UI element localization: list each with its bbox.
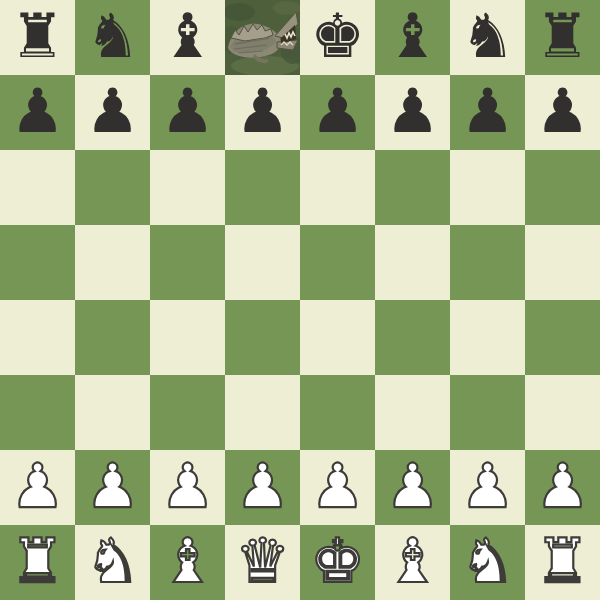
square-d4[interactable]	[225, 300, 300, 375]
black-pawn[interactable]: ♟	[385, 80, 440, 141]
square-h8[interactable]: ♜	[525, 0, 600, 75]
square-b7[interactable]: ♟	[75, 75, 150, 150]
black-rook[interactable]: ♜	[10, 5, 65, 66]
square-f8[interactable]: ♝	[375, 0, 450, 75]
square-c7[interactable]: ♟	[150, 75, 225, 150]
white-pawn[interactable]: ♟	[385, 455, 440, 516]
black-king[interactable]: ♚	[310, 5, 365, 66]
square-d2[interactable]: ♟	[225, 450, 300, 525]
white-bishop[interactable]: ♝	[160, 530, 215, 591]
white-rook[interactable]: ♜	[10, 530, 65, 591]
square-b4[interactable]	[75, 300, 150, 375]
square-a5[interactable]	[0, 225, 75, 300]
square-h1[interactable]: ♜	[525, 525, 600, 600]
white-knight[interactable]: ♞	[85, 530, 140, 591]
square-f1[interactable]: ♝	[375, 525, 450, 600]
square-h3[interactable]	[525, 375, 600, 450]
square-g6[interactable]	[450, 150, 525, 225]
black-pawn[interactable]: ♟	[160, 80, 215, 141]
black-pawn[interactable]: ♟	[235, 80, 290, 141]
square-h6[interactable]	[525, 150, 600, 225]
square-f4[interactable]	[375, 300, 450, 375]
square-b8[interactable]: ♞	[75, 0, 150, 75]
square-d7[interactable]: ♟	[225, 75, 300, 150]
chess-app: ♜♞♝ ♚♝♞♜♟♟♟♟♟♟♟♟♟♟♟♟♟♟♟♟♜♞♝♛♚♝	[0, 0, 600, 600]
square-f5[interactable]	[375, 225, 450, 300]
square-a1[interactable]: ♜	[0, 525, 75, 600]
white-pawn[interactable]: ♟	[535, 455, 590, 516]
square-e6[interactable]	[300, 150, 375, 225]
square-a6[interactable]	[0, 150, 75, 225]
black-knight[interactable]: ♞	[85, 5, 140, 66]
black-pawn[interactable]: ♟	[535, 80, 590, 141]
chess-board: ♜♞♝ ♚♝♞♜♟♟♟♟♟♟♟♟♟♟♟♟♟♟♟♟♜♞♝♛♚♝	[0, 0, 600, 600]
square-b5[interactable]	[75, 225, 150, 300]
white-pawn[interactable]: ♟	[235, 455, 290, 516]
square-c2[interactable]: ♟	[150, 450, 225, 525]
black-bishop[interactable]: ♝	[385, 5, 440, 66]
square-g4[interactable]	[450, 300, 525, 375]
black-bishop[interactable]: ♝	[160, 5, 215, 66]
white-queen[interactable]: ♛	[235, 530, 290, 591]
square-a8[interactable]: ♜	[0, 0, 75, 75]
square-e8[interactable]: ♚	[300, 0, 375, 75]
square-h4[interactable]	[525, 300, 600, 375]
square-d1[interactable]: ♛	[225, 525, 300, 600]
white-bishop[interactable]: ♝	[385, 530, 440, 591]
square-f2[interactable]: ♟	[375, 450, 450, 525]
square-a2[interactable]: ♟	[0, 450, 75, 525]
square-e2[interactable]: ♟	[300, 450, 375, 525]
square-f7[interactable]: ♟	[375, 75, 450, 150]
white-pawn[interactable]: ♟	[310, 455, 365, 516]
square-g3[interactable]	[450, 375, 525, 450]
square-e4[interactable]	[300, 300, 375, 375]
square-d5[interactable]	[225, 225, 300, 300]
white-king[interactable]: ♚	[310, 530, 365, 591]
square-d6[interactable]	[225, 150, 300, 225]
square-f6[interactable]	[375, 150, 450, 225]
black-pawn[interactable]: ♟	[460, 80, 515, 141]
square-g1[interactable]: ♞	[450, 525, 525, 600]
square-b1[interactable]: ♞	[75, 525, 150, 600]
square-e1[interactable]: ♚	[300, 525, 375, 600]
square-g2[interactable]: ♟	[450, 450, 525, 525]
white-pawn[interactable]: ♟	[10, 455, 65, 516]
white-pawn[interactable]: ♟	[160, 455, 215, 516]
square-a3[interactable]	[0, 375, 75, 450]
square-h2[interactable]: ♟	[525, 450, 600, 525]
square-b3[interactable]	[75, 375, 150, 450]
square-h5[interactable]	[525, 225, 600, 300]
black-rook[interactable]: ♜	[535, 5, 590, 66]
square-b6[interactable]	[75, 150, 150, 225]
black-pawn[interactable]: ♟	[10, 80, 65, 141]
square-c8[interactable]: ♝	[150, 0, 225, 75]
square-g5[interactable]	[450, 225, 525, 300]
square-c4[interactable]	[150, 300, 225, 375]
square-c5[interactable]	[150, 225, 225, 300]
square-d3[interactable]	[225, 375, 300, 450]
black-pawn[interactable]: ♟	[85, 80, 140, 141]
square-c6[interactable]	[150, 150, 225, 225]
black-knight[interactable]: ♞	[460, 5, 515, 66]
white-rook[interactable]: ♜	[535, 530, 590, 591]
square-c3[interactable]	[150, 375, 225, 450]
square-e5[interactable]	[300, 225, 375, 300]
white-pawn[interactable]: ♟	[85, 455, 140, 516]
square-b2[interactable]: ♟	[75, 450, 150, 525]
white-knight[interactable]: ♞	[460, 530, 515, 591]
square-e3[interactable]	[300, 375, 375, 450]
square-h7[interactable]: ♟	[525, 75, 600, 150]
square-a7[interactable]: ♟	[0, 75, 75, 150]
square-c1[interactable]: ♝	[150, 525, 225, 600]
square-g7[interactable]: ♟	[450, 75, 525, 150]
square-e7[interactable]: ♟	[300, 75, 375, 150]
square-d8[interactable]	[225, 0, 300, 75]
black-pawn[interactable]: ♟	[310, 80, 365, 141]
square-a4[interactable]	[0, 300, 75, 375]
square-f3[interactable]	[375, 375, 450, 450]
black-queen-crocodile-image[interactable]	[225, 0, 300, 75]
white-pawn[interactable]: ♟	[460, 455, 515, 516]
crocodile-illustration	[225, 0, 300, 75]
square-g8[interactable]: ♞	[450, 0, 525, 75]
